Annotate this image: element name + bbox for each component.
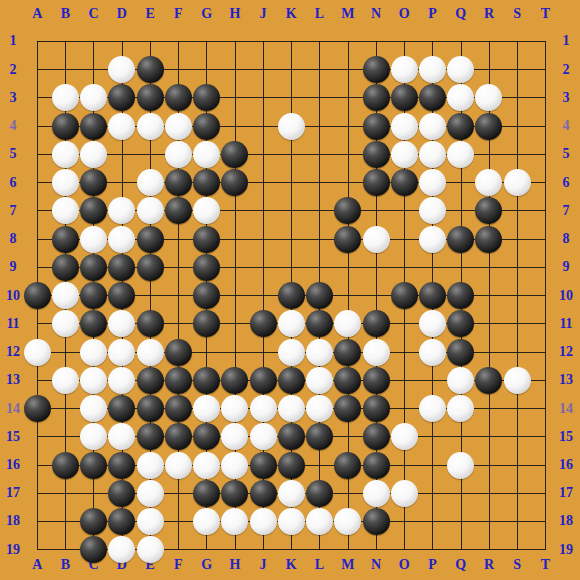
stone-black-E9[interactable] [137, 254, 164, 281]
column-labels-top: ABCDEFGHJKLMNOPQRST [23, 5, 559, 23]
stone-black-O10[interactable] [391, 282, 418, 309]
stone-white-E19[interactable] [137, 536, 164, 563]
stone-white-H14[interactable] [221, 395, 248, 422]
stone-white-B10[interactable] [52, 282, 79, 309]
stone-white-D15[interactable] [108, 423, 135, 450]
stone-black-N18[interactable] [363, 508, 390, 535]
stone-white-M18[interactable] [334, 508, 361, 535]
stone-black-R13[interactable] [475, 367, 502, 394]
stone-white-G7[interactable] [193, 197, 220, 224]
stone-black-G15[interactable] [193, 423, 220, 450]
board-stones-layer[interactable] [23, 27, 559, 563]
stone-white-E17[interactable] [137, 480, 164, 507]
stone-black-G9[interactable] [193, 254, 220, 281]
stone-black-E14[interactable] [137, 395, 164, 422]
col-label-P: P [418, 5, 446, 23]
stone-white-P11[interactable] [419, 310, 446, 337]
col-label-O: O [390, 5, 418, 23]
row-label-2: 2 [3, 56, 23, 84]
stone-white-K12[interactable] [278, 339, 305, 366]
stone-white-E6[interactable] [137, 169, 164, 196]
stone-white-K14[interactable] [278, 395, 305, 422]
stone-black-G13[interactable] [193, 367, 220, 394]
stone-white-C14[interactable] [80, 395, 107, 422]
stone-black-L11[interactable] [306, 310, 333, 337]
row-label-6: 6 [3, 169, 23, 197]
stone-white-P2[interactable] [419, 56, 446, 83]
stone-white-D4[interactable] [108, 113, 135, 140]
stone-white-C12[interactable] [80, 339, 107, 366]
stone-black-M12[interactable] [334, 339, 361, 366]
stone-black-M16[interactable] [334, 452, 361, 479]
row-label-13: 13 [3, 366, 23, 394]
stone-black-F15[interactable] [165, 423, 192, 450]
stone-white-K11[interactable] [278, 310, 305, 337]
go-board-app: ABCDEFGHJKLMNOPQRST ABCDEFGHJKLMNOPQRST … [0, 0, 580, 580]
stone-black-B16[interactable] [52, 452, 79, 479]
stone-black-N16[interactable] [363, 452, 390, 479]
stone-white-P12[interactable] [419, 339, 446, 366]
stone-white-O5[interactable] [391, 141, 418, 168]
stone-black-E13[interactable] [137, 367, 164, 394]
stone-white-L13[interactable] [306, 367, 333, 394]
stone-black-C19[interactable] [80, 536, 107, 563]
stone-white-L12[interactable] [306, 339, 333, 366]
stone-white-E7[interactable] [137, 197, 164, 224]
row-label-11: 11 [3, 310, 23, 338]
col-label-A: A [23, 5, 51, 23]
stone-black-D17[interactable] [108, 480, 135, 507]
row-label-4: 4 [3, 112, 23, 140]
stone-black-C11[interactable] [80, 310, 107, 337]
stone-black-A10[interactable] [24, 282, 51, 309]
col-label-D: D [108, 5, 136, 23]
stone-black-F6[interactable] [165, 169, 192, 196]
stone-black-H17[interactable] [221, 480, 248, 507]
row-label-1: 1 [3, 27, 23, 55]
col-label-S: S [503, 5, 531, 23]
stone-black-G10[interactable] [193, 282, 220, 309]
stone-black-G6[interactable] [193, 169, 220, 196]
col-label-M: M [334, 5, 362, 23]
stone-white-O17[interactable] [391, 480, 418, 507]
stone-white-Q2[interactable] [447, 56, 474, 83]
stone-black-D16[interactable] [108, 452, 135, 479]
stone-white-K18[interactable] [278, 508, 305, 535]
stone-black-N5[interactable] [363, 141, 390, 168]
stone-black-E2[interactable] [137, 56, 164, 83]
stone-black-B9[interactable] [52, 254, 79, 281]
col-label-T: T [531, 5, 559, 23]
row-label-8: 8 [3, 225, 23, 253]
stone-black-C16[interactable] [80, 452, 107, 479]
stone-white-S6[interactable] [504, 169, 531, 196]
col-label-Q: Q [447, 5, 475, 23]
stone-black-G11[interactable] [193, 310, 220, 337]
stone-white-J15[interactable] [250, 423, 277, 450]
stone-white-L18[interactable] [306, 508, 333, 535]
row-label-7: 7 [3, 197, 23, 225]
stone-white-D2[interactable] [108, 56, 135, 83]
stone-white-D8[interactable] [108, 226, 135, 253]
stone-white-F5[interactable] [165, 141, 192, 168]
stone-black-N3[interactable] [363, 84, 390, 111]
stone-black-H6[interactable] [221, 169, 248, 196]
col-label-K: K [277, 5, 305, 23]
row-label-19: 19 [3, 536, 23, 564]
stone-white-B6[interactable] [52, 169, 79, 196]
col-label-F: F [164, 5, 192, 23]
row-label-15: 15 [3, 423, 23, 451]
stone-black-D14[interactable] [108, 395, 135, 422]
stone-black-Q8[interactable] [447, 226, 474, 253]
stone-black-Q11[interactable] [447, 310, 474, 337]
stone-black-N13[interactable] [363, 367, 390, 394]
col-label-B: B [51, 5, 79, 23]
stone-white-G18[interactable] [193, 508, 220, 535]
stone-black-B4[interactable] [52, 113, 79, 140]
stone-white-M11[interactable] [334, 310, 361, 337]
stone-white-P6[interactable] [419, 169, 446, 196]
stone-white-H15[interactable] [221, 423, 248, 450]
stone-white-B13[interactable] [52, 367, 79, 394]
stone-white-R6[interactable] [475, 169, 502, 196]
stone-white-J18[interactable] [250, 508, 277, 535]
stone-white-E12[interactable] [137, 339, 164, 366]
stone-black-A14[interactable] [24, 395, 51, 422]
stone-black-N6[interactable] [363, 169, 390, 196]
stone-black-F13[interactable] [165, 367, 192, 394]
stone-black-P10[interactable] [419, 282, 446, 309]
stone-black-D10[interactable] [108, 282, 135, 309]
stone-white-Q14[interactable] [447, 395, 474, 422]
row-label-9: 9 [3, 253, 23, 281]
stone-white-L14[interactable] [306, 395, 333, 422]
stone-black-L10[interactable] [306, 282, 333, 309]
stone-white-C8[interactable] [80, 226, 107, 253]
stone-white-H16[interactable] [221, 452, 248, 479]
row-labels-left: 12345678910111213141516171819 [3, 27, 23, 563]
stone-white-D19[interactable] [108, 536, 135, 563]
stone-black-F12[interactable] [165, 339, 192, 366]
stone-black-K16[interactable] [278, 452, 305, 479]
stone-white-D13[interactable] [108, 367, 135, 394]
stone-black-N11[interactable] [363, 310, 390, 337]
stone-black-N14[interactable] [363, 395, 390, 422]
stone-white-P7[interactable] [419, 197, 446, 224]
stone-black-E3[interactable] [137, 84, 164, 111]
stone-black-F14[interactable] [165, 395, 192, 422]
stone-white-C3[interactable] [80, 84, 107, 111]
stone-black-Q12[interactable] [447, 339, 474, 366]
stone-black-C18[interactable] [80, 508, 107, 535]
stone-black-F3[interactable] [165, 84, 192, 111]
stone-black-M13[interactable] [334, 367, 361, 394]
row-label-5: 5 [3, 140, 23, 168]
stone-black-J11[interactable] [250, 310, 277, 337]
row-label-16: 16 [3, 451, 23, 479]
stone-black-E15[interactable] [137, 423, 164, 450]
stone-white-G16[interactable] [193, 452, 220, 479]
stone-white-E4[interactable] [137, 113, 164, 140]
stone-white-F4[interactable] [165, 113, 192, 140]
row-label-10: 10 [3, 281, 23, 309]
stone-white-S13[interactable] [504, 367, 531, 394]
stone-white-D12[interactable] [108, 339, 135, 366]
stone-white-P4[interactable] [419, 113, 446, 140]
stone-white-C5[interactable] [80, 141, 107, 168]
stone-black-C10[interactable] [80, 282, 107, 309]
stone-white-N17[interactable] [363, 480, 390, 507]
stone-black-J17[interactable] [250, 480, 277, 507]
stone-white-B7[interactable] [52, 197, 79, 224]
col-label-J: J [249, 5, 277, 23]
stone-black-E11[interactable] [137, 310, 164, 337]
row-label-3: 3 [3, 84, 23, 112]
stone-white-C15[interactable] [80, 423, 107, 450]
stone-black-M14[interactable] [334, 395, 361, 422]
stone-white-H18[interactable] [221, 508, 248, 535]
stone-black-G8[interactable] [193, 226, 220, 253]
row-label-14: 14 [3, 394, 23, 422]
stone-white-P5[interactable] [419, 141, 446, 168]
stone-white-O2[interactable] [391, 56, 418, 83]
stone-black-C9[interactable] [80, 254, 107, 281]
stone-black-Q4[interactable] [447, 113, 474, 140]
stone-black-L15[interactable] [306, 423, 333, 450]
stone-black-D3[interactable] [108, 84, 135, 111]
stone-black-N15[interactable] [363, 423, 390, 450]
stone-black-O6[interactable] [391, 169, 418, 196]
stone-black-M7[interactable] [334, 197, 361, 224]
stone-white-K4[interactable] [278, 113, 305, 140]
col-label-R: R [475, 5, 503, 23]
stone-black-O3[interactable] [391, 84, 418, 111]
stone-black-G4[interactable] [193, 113, 220, 140]
row-label-17: 17 [3, 479, 23, 507]
stone-white-E18[interactable] [137, 508, 164, 535]
stone-white-J14[interactable] [250, 395, 277, 422]
stone-black-K10[interactable] [278, 282, 305, 309]
stone-black-N2[interactable] [363, 56, 390, 83]
row-label-12: 12 [3, 338, 23, 366]
stone-black-F7[interactable] [165, 197, 192, 224]
stone-white-Q5[interactable] [447, 141, 474, 168]
stone-white-F16[interactable] [165, 452, 192, 479]
stone-white-K17[interactable] [278, 480, 305, 507]
stone-white-P14[interactable] [419, 395, 446, 422]
stone-white-O4[interactable] [391, 113, 418, 140]
stone-white-Q3[interactable] [447, 84, 474, 111]
stone-black-E8[interactable] [137, 226, 164, 253]
stone-white-B5[interactable] [52, 141, 79, 168]
stone-black-G17[interactable] [193, 480, 220, 507]
stone-black-K15[interactable] [278, 423, 305, 450]
stone-black-P3[interactable] [419, 84, 446, 111]
stone-white-B3[interactable] [52, 84, 79, 111]
stone-black-K13[interactable] [278, 367, 305, 394]
stone-black-B8[interactable] [52, 226, 79, 253]
stone-white-A12[interactable] [24, 339, 51, 366]
stone-white-C13[interactable] [80, 367, 107, 394]
stone-white-G5[interactable] [193, 141, 220, 168]
stone-black-G3[interactable] [193, 84, 220, 111]
stone-black-N4[interactable] [363, 113, 390, 140]
stone-white-N8[interactable] [363, 226, 390, 253]
stone-black-H13[interactable] [221, 367, 248, 394]
stone-black-J13[interactable] [250, 367, 277, 394]
stone-white-D7[interactable] [108, 197, 135, 224]
col-label-G: G [192, 5, 220, 23]
stone-black-D9[interactable] [108, 254, 135, 281]
stone-black-H5[interactable] [221, 141, 248, 168]
stone-white-N12[interactable] [363, 339, 390, 366]
stone-white-O15[interactable] [391, 423, 418, 450]
stone-black-M8[interactable] [334, 226, 361, 253]
stone-white-Q16[interactable] [447, 452, 474, 479]
stone-black-R4[interactable] [475, 113, 502, 140]
col-label-N: N [362, 5, 390, 23]
stone-black-C6[interactable] [80, 169, 107, 196]
stone-white-Q13[interactable] [447, 367, 474, 394]
col-label-E: E [136, 5, 164, 23]
stone-white-B11[interactable] [52, 310, 79, 337]
stone-black-R8[interactable] [475, 226, 502, 253]
stone-black-Q10[interactable] [447, 282, 474, 309]
stone-white-E16[interactable] [137, 452, 164, 479]
stone-white-R3[interactable] [475, 84, 502, 111]
stone-white-P8[interactable] [419, 226, 446, 253]
stone-black-C7[interactable] [80, 197, 107, 224]
col-label-C: C [80, 5, 108, 23]
stone-white-D11[interactable] [108, 310, 135, 337]
col-label-H: H [221, 5, 249, 23]
stone-black-L17[interactable] [306, 480, 333, 507]
stone-white-G14[interactable] [193, 395, 220, 422]
col-label-L: L [305, 5, 333, 23]
row-label-18: 18 [3, 507, 23, 535]
stone-black-J16[interactable] [250, 452, 277, 479]
stone-black-C4[interactable] [80, 113, 107, 140]
stone-black-D18[interactable] [108, 508, 135, 535]
stone-black-R7[interactable] [475, 197, 502, 224]
